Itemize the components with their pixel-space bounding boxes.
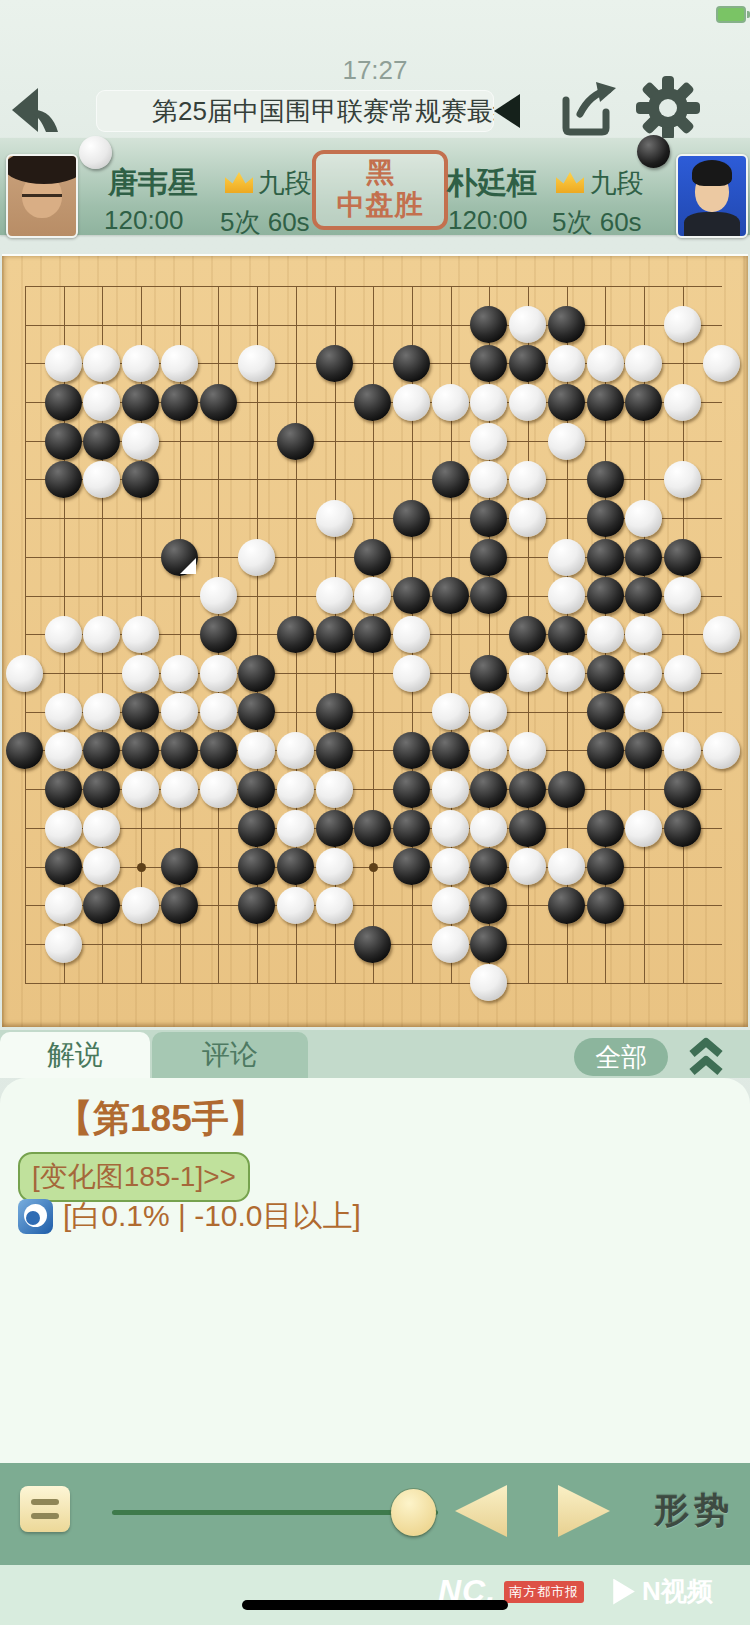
stone-white bbox=[45, 616, 82, 653]
stone-black bbox=[625, 384, 662, 421]
stone-white bbox=[587, 345, 624, 382]
stone-black bbox=[316, 732, 353, 769]
stone-black bbox=[83, 771, 120, 808]
player-left-name: 唐韦星 bbox=[108, 163, 198, 204]
stone-white bbox=[432, 693, 469, 730]
stone-white bbox=[6, 655, 43, 692]
stone-black bbox=[393, 500, 430, 537]
share-button[interactable] bbox=[556, 78, 616, 138]
stone-black bbox=[316, 345, 353, 382]
stone-black bbox=[509, 616, 546, 653]
stone-black bbox=[470, 771, 507, 808]
stone-white bbox=[316, 577, 353, 614]
nvideo-watermark: N视频 bbox=[642, 1574, 713, 1609]
stone-white bbox=[703, 616, 740, 653]
stone-white bbox=[45, 345, 82, 382]
result-stamp: 黑 中盘胜 bbox=[312, 150, 448, 230]
avatar-left-player bbox=[6, 154, 78, 238]
stone-black bbox=[161, 384, 198, 421]
all-filter-button[interactable]: 全部 30 bbox=[574, 1038, 668, 1076]
game-title: 第25届中国围甲联赛常规赛最终轮 bbox=[96, 94, 494, 129]
stone-white bbox=[548, 848, 585, 885]
variation-diagram-button[interactable]: [变化图185-1]>> bbox=[18, 1152, 250, 1202]
stone-white bbox=[393, 616, 430, 653]
commentary-panel: 【第185手】 [变化图185-1]>> [白0.1% | -10.0目以上] bbox=[0, 1078, 750, 1463]
stone-white bbox=[703, 345, 740, 382]
prev-move-button[interactable] bbox=[455, 1485, 507, 1537]
stone-white bbox=[432, 887, 469, 924]
player-right-byoyomi: 5次 60s bbox=[552, 205, 642, 240]
stone-black bbox=[625, 732, 662, 769]
stone-black bbox=[432, 732, 469, 769]
stone-black bbox=[161, 732, 198, 769]
stone-black bbox=[509, 771, 546, 808]
stone-white bbox=[664, 577, 701, 614]
stone-white bbox=[509, 732, 546, 769]
stone-white bbox=[122, 887, 159, 924]
stone-black bbox=[432, 461, 469, 498]
black-stone-badge bbox=[637, 135, 670, 168]
title-collapse-triangle-icon[interactable] bbox=[494, 94, 520, 128]
stone-black bbox=[587, 384, 624, 421]
stone-white bbox=[548, 655, 585, 692]
stone-black bbox=[548, 384, 585, 421]
stone-white bbox=[625, 655, 662, 692]
stone-black bbox=[548, 771, 585, 808]
stone-black bbox=[587, 693, 624, 730]
stone-white bbox=[277, 810, 314, 847]
stone-white bbox=[83, 384, 120, 421]
next-move-button[interactable] bbox=[558, 1485, 610, 1537]
tab-bar: 解说 评论 全部 30 bbox=[0, 1030, 750, 1078]
stone-black bbox=[238, 655, 275, 692]
newspaper-watermark: 南方都市报 bbox=[504, 1581, 584, 1603]
stone-white bbox=[548, 539, 585, 576]
last-move-marker bbox=[180, 558, 196, 574]
stone-black bbox=[200, 384, 237, 421]
stone-white bbox=[45, 887, 82, 924]
stone-black bbox=[238, 771, 275, 808]
move-heading: 【第185手】 bbox=[56, 1094, 266, 1144]
stone-white bbox=[432, 926, 469, 963]
stone-white bbox=[238, 732, 275, 769]
stone-black bbox=[200, 616, 237, 653]
app-screen: 17:27 第25届中国围甲联赛常规赛最终轮 唐韦星 九段 120:00 5次 … bbox=[0, 0, 750, 1625]
stone-white bbox=[316, 848, 353, 885]
player-left-byoyomi: 5次 60s bbox=[220, 205, 310, 240]
stone-black bbox=[393, 771, 430, 808]
stone-white bbox=[509, 384, 546, 421]
stone-black bbox=[83, 887, 120, 924]
stone-black bbox=[587, 810, 624, 847]
stone-black bbox=[470, 655, 507, 692]
stone-black bbox=[587, 887, 624, 924]
player-left-rank: 九段 bbox=[258, 165, 312, 201]
stone-black bbox=[45, 461, 82, 498]
stone-black bbox=[122, 732, 159, 769]
stone-white bbox=[548, 423, 585, 460]
tab-commentary[interactable]: 解说 bbox=[0, 1032, 150, 1078]
stone-black bbox=[625, 539, 662, 576]
stone-white bbox=[161, 655, 198, 692]
stone-black bbox=[470, 926, 507, 963]
stone-black bbox=[45, 423, 82, 460]
battery-icon bbox=[716, 6, 746, 23]
stone-black bbox=[587, 655, 624, 692]
player-right-main-time: 120:00 bbox=[448, 205, 528, 236]
stone-black bbox=[587, 461, 624, 498]
stone-white bbox=[161, 771, 198, 808]
player-right-rank: 九段 bbox=[590, 165, 644, 201]
bottom-toolbar: 形势 bbox=[0, 1463, 750, 1565]
stone-black bbox=[277, 423, 314, 460]
stone-black bbox=[509, 345, 546, 382]
stone-white bbox=[316, 500, 353, 537]
stone-white bbox=[161, 693, 198, 730]
stone-black bbox=[432, 577, 469, 614]
stone-black bbox=[664, 810, 701, 847]
stone-black bbox=[587, 577, 624, 614]
stone-white bbox=[703, 732, 740, 769]
stone-black bbox=[393, 848, 430, 885]
stone-black bbox=[45, 384, 82, 421]
stone-white bbox=[625, 616, 662, 653]
stone-white bbox=[122, 423, 159, 460]
stone-white bbox=[548, 577, 585, 614]
stone-black bbox=[548, 616, 585, 653]
result-stamp-line2: 中盘胜 bbox=[316, 189, 444, 221]
stone-white bbox=[200, 655, 237, 692]
stone-black bbox=[548, 306, 585, 343]
stone-white bbox=[238, 539, 275, 576]
stone-white bbox=[45, 810, 82, 847]
stone-white bbox=[625, 810, 662, 847]
stone-black bbox=[316, 693, 353, 730]
stone-black bbox=[470, 539, 507, 576]
stone-white bbox=[509, 655, 546, 692]
stone-white bbox=[432, 771, 469, 808]
stone-white bbox=[664, 384, 701, 421]
stone-black bbox=[393, 345, 430, 382]
result-stamp-line1: 黑 bbox=[316, 157, 444, 189]
stone-white bbox=[470, 964, 507, 1001]
footer-strip: NC. 南方都市报 N视频 bbox=[0, 1565, 750, 1625]
stone-white bbox=[161, 345, 198, 382]
stone-black bbox=[238, 810, 275, 847]
stone-white bbox=[664, 655, 701, 692]
stone-black bbox=[354, 926, 391, 963]
chevron-double-up-icon bbox=[692, 1042, 720, 1054]
stone-white bbox=[200, 693, 237, 730]
stone-white bbox=[277, 887, 314, 924]
ai-eval-row: [白0.1% | -10.0目以上] bbox=[18, 1196, 361, 1237]
stone-black bbox=[587, 500, 624, 537]
stone-white bbox=[316, 887, 353, 924]
stone-white bbox=[625, 500, 662, 537]
move-slider-track[interactable] bbox=[112, 1510, 438, 1515]
star-point bbox=[369, 863, 378, 872]
stone-black bbox=[354, 539, 391, 576]
star-point bbox=[137, 863, 146, 872]
back-arrow-icon bbox=[12, 88, 38, 132]
stone-black bbox=[200, 732, 237, 769]
stone-black bbox=[393, 810, 430, 847]
stone-white bbox=[432, 848, 469, 885]
situation-analysis-button[interactable]: 形势 bbox=[654, 1487, 734, 1534]
back-button[interactable] bbox=[8, 80, 64, 136]
stone-white bbox=[277, 771, 314, 808]
stone-black bbox=[161, 539, 198, 576]
stone-black bbox=[45, 848, 82, 885]
stone-black bbox=[238, 887, 275, 924]
stone-white bbox=[664, 461, 701, 498]
collapse-panel-button[interactable] bbox=[684, 1034, 728, 1078]
stone-white bbox=[509, 500, 546, 537]
stone-white bbox=[122, 345, 159, 382]
stone-black bbox=[316, 616, 353, 653]
stone-black bbox=[122, 461, 159, 498]
stone-white bbox=[393, 384, 430, 421]
stone-white bbox=[470, 423, 507, 460]
stone-black bbox=[6, 732, 43, 769]
stone-white bbox=[122, 616, 159, 653]
stone-black bbox=[45, 771, 82, 808]
play-logo-icon bbox=[610, 1579, 636, 1605]
stone-black bbox=[161, 848, 198, 885]
stone-black bbox=[587, 539, 624, 576]
stone-black bbox=[470, 500, 507, 537]
stone-white bbox=[664, 306, 701, 343]
stone-white bbox=[470, 810, 507, 847]
stone-white bbox=[238, 345, 275, 382]
ai-engine-icon bbox=[18, 1199, 53, 1234]
stone-white bbox=[83, 810, 120, 847]
stone-black bbox=[161, 887, 198, 924]
stone-white bbox=[316, 771, 353, 808]
stone-black bbox=[393, 732, 430, 769]
home-indicator[interactable] bbox=[242, 1600, 508, 1610]
settings-button[interactable] bbox=[634, 74, 702, 142]
stone-white bbox=[122, 655, 159, 692]
ai-eval-text: [白0.1% | -10.0目以上] bbox=[63, 1196, 361, 1237]
stone-black bbox=[509, 810, 546, 847]
go-board[interactable] bbox=[2, 254, 748, 1027]
stone-white bbox=[625, 345, 662, 382]
stone-white bbox=[470, 384, 507, 421]
stone-white bbox=[664, 732, 701, 769]
stone-black bbox=[122, 384, 159, 421]
stone-black bbox=[470, 887, 507, 924]
stone-black bbox=[664, 771, 701, 808]
stone-black bbox=[277, 616, 314, 653]
stone-white bbox=[432, 810, 469, 847]
avatar-right-player bbox=[676, 154, 748, 238]
tab-comments[interactable]: 评论 bbox=[152, 1032, 308, 1078]
stone-black bbox=[587, 848, 624, 885]
stone-white bbox=[587, 616, 624, 653]
stone-black bbox=[277, 848, 314, 885]
stone-white bbox=[200, 577, 237, 614]
stone-white bbox=[509, 848, 546, 885]
player-left-main-time: 120:00 bbox=[104, 205, 184, 236]
stone-white bbox=[432, 384, 469, 421]
player-right-name: 朴廷桓 bbox=[447, 163, 537, 204]
stone-white bbox=[200, 771, 237, 808]
stone-black bbox=[354, 810, 391, 847]
stone-white bbox=[45, 732, 82, 769]
stone-black bbox=[316, 810, 353, 847]
stone-black bbox=[664, 539, 701, 576]
stone-white bbox=[509, 461, 546, 498]
stone-black bbox=[354, 384, 391, 421]
comment-button[interactable] bbox=[20, 1486, 70, 1532]
stone-black bbox=[587, 732, 624, 769]
stone-white bbox=[122, 771, 159, 808]
stone-white bbox=[393, 655, 430, 692]
stone-white bbox=[45, 926, 82, 963]
stone-white bbox=[277, 732, 314, 769]
stone-white bbox=[548, 345, 585, 382]
move-slider-thumb[interactable] bbox=[391, 1489, 436, 1536]
stone-black bbox=[83, 423, 120, 460]
stone-white bbox=[45, 693, 82, 730]
game-title-bar[interactable]: 第25届中国围甲联赛常规赛最终轮 bbox=[96, 90, 494, 132]
stone-black bbox=[548, 887, 585, 924]
